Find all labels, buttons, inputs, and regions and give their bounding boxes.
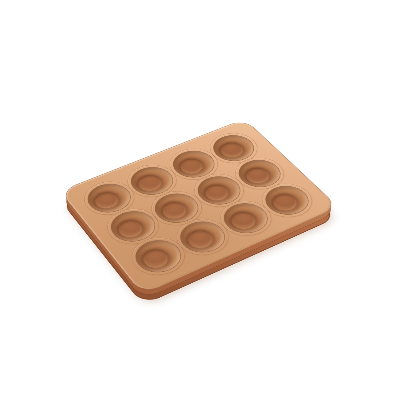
cup-grid: [60, 119, 338, 294]
pan-3d-viewport: [0, 0, 400, 400]
product-photo-scene: [0, 0, 400, 400]
pan-top-surface: [60, 119, 339, 295]
